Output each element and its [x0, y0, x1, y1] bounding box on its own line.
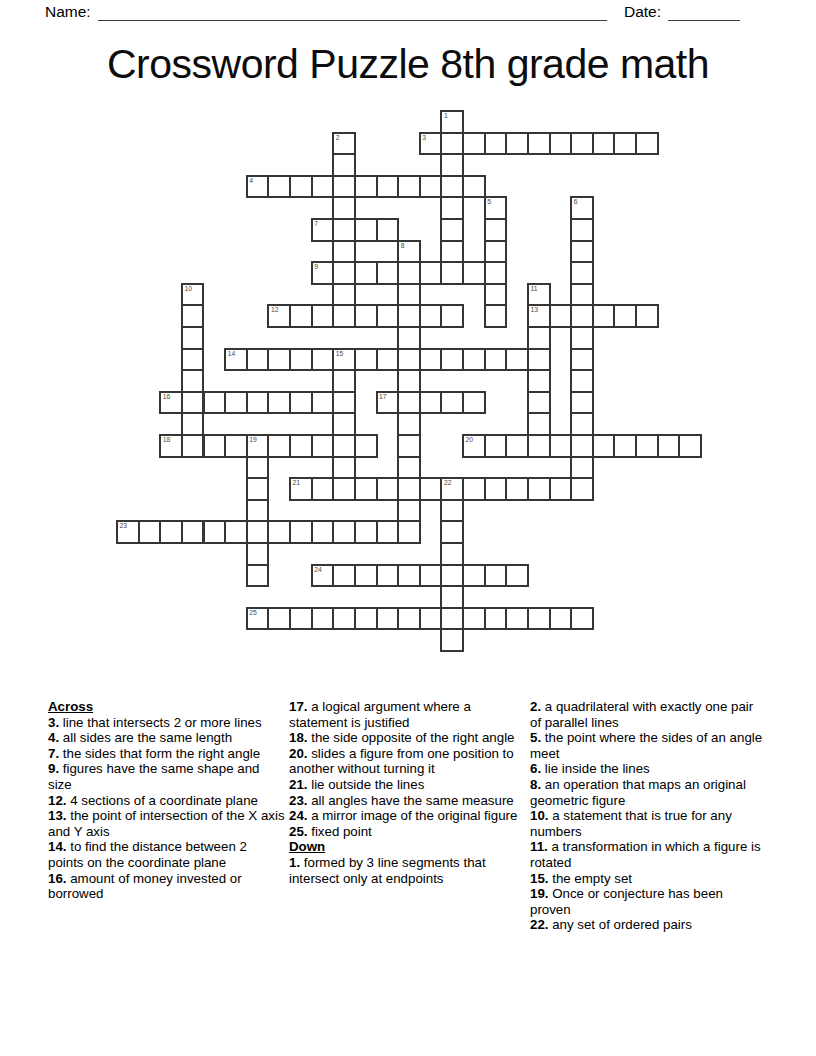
grid-cell[interactable]: [376, 564, 400, 588]
clue-item: 12. 4 sections of a coordinate plane: [48, 793, 285, 809]
grid-cell[interactable]: [613, 132, 637, 156]
grid-cell[interactable]: [505, 434, 529, 458]
grid-cell[interactable]: [570, 607, 594, 631]
grid-cell[interactable]: [311, 520, 335, 544]
clue-number: 20.: [289, 746, 311, 761]
clue-number: 6.: [530, 761, 545, 776]
grid-cell[interactable]: [224, 391, 248, 415]
cell-number: 24: [314, 566, 322, 574]
grid-cell[interactable]: 19: [246, 434, 270, 458]
clue-number: 14.: [48, 839, 70, 854]
grid-cell[interactable]: [440, 564, 464, 588]
grid-cell[interactable]: [203, 391, 227, 415]
grid-cell[interactable]: [311, 607, 335, 631]
grid-cell[interactable]: [181, 304, 205, 328]
grid-cell[interactable]: [527, 348, 551, 372]
grid-cell[interactable]: [570, 261, 594, 285]
cell-number: 19: [249, 436, 257, 444]
grid-cell[interactable]: [311, 175, 335, 199]
grid-cell[interactable]: 6: [570, 196, 594, 220]
grid-cell[interactable]: [397, 520, 421, 544]
cell-number: 1: [444, 112, 448, 120]
grid-cell[interactable]: [246, 520, 270, 544]
grid-cell[interactable]: [440, 585, 464, 609]
grid-cell[interactable]: [440, 542, 464, 566]
clue-number: 15.: [530, 871, 552, 886]
grid-cell[interactable]: [354, 348, 378, 372]
grid-cell[interactable]: [332, 218, 356, 242]
grid-cell[interactable]: [246, 564, 270, 588]
grid-cell[interactable]: [376, 520, 400, 544]
clue-item: 6. lie inside the lines: [530, 761, 767, 777]
grid-cell[interactable]: [267, 391, 291, 415]
worksheet-page: Name: Date: Crossword Puzzle 8th grade m…: [0, 0, 816, 1056]
clue-number: 12.: [48, 793, 70, 808]
clue-section-header: Across: [48, 699, 285, 715]
grid-cell[interactable]: [354, 520, 378, 544]
grid-cell[interactable]: [376, 348, 400, 372]
cell-number: 13: [530, 306, 538, 314]
cell-number: 7: [314, 220, 318, 228]
grid-cell[interactable]: [332, 520, 356, 544]
grid-cell[interactable]: [376, 477, 400, 501]
grid-cell[interactable]: [246, 456, 270, 480]
grid-cell[interactable]: 12: [267, 304, 291, 328]
cell-number: 21: [293, 479, 301, 487]
cell-number: 23: [120, 522, 128, 530]
clue-item: 2. a quadrilateral with exactly one pair…: [530, 699, 767, 730]
grid-cell[interactable]: [440, 348, 464, 372]
grid-cell[interactable]: [311, 348, 335, 372]
grid-cell[interactable]: [332, 456, 356, 480]
clue-item: 25. fixed point: [289, 824, 526, 840]
grid-cell[interactable]: 11: [527, 283, 551, 307]
clue-item: 7. the sides that form the right angle: [48, 746, 285, 762]
grid-cell[interactable]: [224, 520, 248, 544]
grid-cell[interactable]: [332, 412, 356, 436]
grid-cell[interactable]: [527, 412, 551, 436]
grid-cell[interactable]: [419, 304, 443, 328]
grid-cell[interactable]: [484, 218, 508, 242]
grid-cell[interactable]: [397, 412, 421, 436]
grid-cell[interactable]: 16: [159, 391, 183, 415]
crossword-grid: 1234567891011121314151617181920212223242…: [116, 110, 702, 652]
grid-cell[interactable]: [311, 477, 335, 501]
clue-number: 4.: [48, 730, 63, 745]
cell-number: 5: [487, 198, 491, 206]
grid-cell[interactable]: [505, 607, 529, 631]
clue-column: 2. a quadrilateral with exactly one pair…: [530, 699, 767, 933]
clue-item: 10. a statement that is true for any num…: [530, 808, 767, 839]
grid-cell[interactable]: [289, 434, 313, 458]
grid-cell[interactable]: [570, 477, 594, 501]
date-label: Date:: [624, 2, 661, 21]
clue-number: 18.: [289, 730, 311, 745]
grid-cell[interactable]: [570, 391, 594, 415]
cell-number: 18: [163, 436, 171, 444]
grid-cell[interactable]: [332, 261, 356, 285]
grid-cell[interactable]: [484, 283, 508, 307]
grid-cell[interactable]: 23: [116, 520, 140, 544]
grid-cell[interactable]: 4: [246, 175, 270, 199]
grid-cell[interactable]: [484, 261, 508, 285]
grid-cell[interactable]: [419, 261, 443, 285]
grid-cell[interactable]: 20: [462, 434, 486, 458]
cell-number: 4: [249, 177, 253, 185]
grid-cell[interactable]: [419, 607, 443, 631]
grid-cell[interactable]: [440, 218, 464, 242]
cell-number: 12: [271, 306, 279, 314]
grid-cell[interactable]: [246, 391, 270, 415]
cell-number: 16: [163, 393, 171, 401]
grid-cell[interactable]: [419, 391, 443, 415]
grid-cell[interactable]: [289, 304, 313, 328]
grid-cell[interactable]: [549, 304, 573, 328]
grid-cell[interactable]: 2: [332, 132, 356, 156]
clue-number: 10.: [530, 808, 552, 823]
grid-cell[interactable]: [440, 607, 464, 631]
cell-number: 17: [379, 393, 387, 401]
grid-cell[interactable]: [505, 132, 529, 156]
grid-cell[interactable]: [376, 175, 400, 199]
clue-item: 19. Once or conjecture has been proven: [530, 886, 767, 917]
clue-item: 17. a logical argument where a statement…: [289, 699, 526, 730]
grid-cell[interactable]: 10: [181, 283, 205, 307]
grid-cell[interactable]: [440, 261, 464, 285]
cell-number: 10: [184, 285, 192, 293]
grid-cell[interactable]: [181, 348, 205, 372]
clue-number: 19.: [530, 886, 552, 901]
cell-number: 25: [249, 609, 257, 617]
grid-cell[interactable]: [246, 348, 270, 372]
grid-cell[interactable]: [419, 175, 443, 199]
grid-cell[interactable]: 3: [419, 132, 443, 156]
grid-cell[interactable]: [678, 434, 702, 458]
clue-number: 5.: [530, 730, 545, 745]
name-label: Name:: [45, 2, 91, 21]
grid-cell[interactable]: [267, 520, 291, 544]
grid-cell[interactable]: [289, 175, 313, 199]
grid-cell[interactable]: 15: [332, 348, 356, 372]
grid-cell[interactable]: [311, 304, 335, 328]
grid-cell[interactable]: [527, 132, 551, 156]
grid-cell[interactable]: [462, 391, 486, 415]
grid-cell[interactable]: [332, 153, 356, 177]
grid-cell[interactable]: [397, 175, 421, 199]
clue-item: 14. to find the distance between 2 point…: [48, 839, 285, 870]
grid-cell[interactable]: [332, 607, 356, 631]
grid-cell[interactable]: [181, 391, 205, 415]
clue-number: 17.: [289, 699, 311, 714]
clue-number: 1.: [289, 855, 304, 870]
cell-number: 14: [228, 350, 236, 358]
clue-item: 21. lie outside the lines: [289, 777, 526, 793]
grid-cell[interactable]: [267, 348, 291, 372]
grid-cell[interactable]: [635, 434, 659, 458]
grid-cell[interactable]: [440, 196, 464, 220]
grid-cell[interactable]: 7: [311, 218, 335, 242]
grid-cell[interactable]: [203, 434, 227, 458]
grid-cell[interactable]: [462, 175, 486, 199]
grid-cell[interactable]: [570, 240, 594, 264]
grid-cell[interactable]: [332, 283, 356, 307]
clue-item: 20. slides a figure from one position to…: [289, 746, 526, 777]
grid-cell[interactable]: [440, 153, 464, 177]
grid-cell[interactable]: [397, 607, 421, 631]
grid-cell[interactable]: [527, 434, 551, 458]
clue-item: 1. formed by 3 line segments that inters…: [289, 855, 526, 886]
grid-cell[interactable]: [419, 348, 443, 372]
grid-cell[interactable]: [246, 499, 270, 523]
grid-cell[interactable]: [527, 326, 551, 350]
grid-cell[interactable]: [657, 434, 681, 458]
grid-cell[interactable]: [527, 607, 551, 631]
grid-cell[interactable]: [397, 283, 421, 307]
grid-cell[interactable]: [484, 477, 508, 501]
clue-item: 15. the empty set: [530, 871, 767, 887]
grid-cell[interactable]: [570, 456, 594, 480]
grid-cell[interactable]: 22: [440, 477, 464, 501]
grid-cell[interactable]: [354, 477, 378, 501]
grid-cell[interactable]: [397, 499, 421, 523]
grid-cell[interactable]: [462, 607, 486, 631]
grid-cell[interactable]: [570, 434, 594, 458]
clue-item: 13. the point of intersection of the X a…: [48, 808, 285, 839]
cell-number: 2: [336, 134, 340, 142]
grid-cell[interactable]: [289, 520, 313, 544]
grid-cell[interactable]: [570, 218, 594, 242]
clue-number: 3.: [48, 715, 63, 730]
grid-cell[interactable]: [376, 607, 400, 631]
clue-number: 2.: [530, 699, 545, 714]
grid-cell[interactable]: 1: [440, 110, 464, 134]
grid-cell[interactable]: [484, 240, 508, 264]
grid-cell[interactable]: [181, 369, 205, 393]
grid-cell[interactable]: [570, 348, 594, 372]
grid-cell[interactable]: [332, 196, 356, 220]
clue-column: Across3. line that intersects 2 or more …: [48, 699, 285, 902]
grid-cell[interactable]: [332, 564, 356, 588]
cell-number: 8: [401, 242, 405, 250]
grid-cell[interactable]: [570, 326, 594, 350]
grid-cell[interactable]: [549, 607, 573, 631]
grid-cell[interactable]: 5: [484, 196, 508, 220]
grid-cell[interactable]: 25: [246, 607, 270, 631]
grid-cell[interactable]: [181, 520, 205, 544]
grid-cell[interactable]: [570, 132, 594, 156]
cell-number: 6: [574, 198, 578, 206]
clue-number: 23.: [289, 793, 311, 808]
grid-cell[interactable]: [332, 369, 356, 393]
grid-cell[interactable]: [159, 520, 183, 544]
clue-number: 9.: [48, 761, 63, 776]
grid-cell[interactable]: [289, 607, 313, 631]
grid-cell[interactable]: [462, 261, 486, 285]
clue-item: 3. line that intersects 2 or more lines: [48, 715, 285, 731]
grid-cell[interactable]: [440, 520, 464, 544]
grid-cell[interactable]: [440, 132, 464, 156]
clue-item: 8. an operation that maps an original ge…: [530, 777, 767, 808]
grid-cell[interactable]: [332, 477, 356, 501]
grid-cell[interactable]: [376, 304, 400, 328]
grid-cell[interactable]: [354, 607, 378, 631]
cell-number: 22: [444, 479, 452, 487]
grid-cell[interactable]: 21: [289, 477, 313, 501]
grid-cell[interactable]: [613, 434, 637, 458]
grid-cell[interactable]: [440, 499, 464, 523]
name-date-row: Name: Date:: [45, 2, 740, 21]
grid-cell[interactable]: [592, 132, 616, 156]
clue-number: 25.: [289, 824, 311, 839]
grid-cell[interactable]: [267, 607, 291, 631]
grid-cell[interactable]: [181, 326, 205, 350]
grid-cell[interactable]: [354, 434, 378, 458]
grid-cell[interactable]: [332, 175, 356, 199]
grid-cell[interactable]: [332, 391, 356, 415]
grid-cell[interactable]: [311, 434, 335, 458]
clue-number: 11.: [530, 839, 551, 854]
grid-cell[interactable]: 17: [376, 391, 400, 415]
grid-cell[interactable]: [397, 348, 421, 372]
grid-cell[interactable]: [397, 477, 421, 501]
grid-cell[interactable]: [484, 434, 508, 458]
grid-cell[interactable]: [332, 434, 356, 458]
name-line[interactable]: [98, 4, 607, 21]
clue-item: 24. a mirror image of the original figur…: [289, 808, 526, 824]
cell-number: 9: [314, 263, 318, 271]
cell-number: 3: [422, 134, 426, 142]
grid-cell[interactable]: [440, 175, 464, 199]
grid-cell[interactable]: [289, 391, 313, 415]
grid-cell[interactable]: [635, 304, 659, 328]
grid-cell[interactable]: [505, 564, 529, 588]
grid-cell[interactable]: 14: [224, 348, 248, 372]
grid-cell[interactable]: [592, 304, 616, 328]
grid-cell[interactable]: [527, 391, 551, 415]
grid-cell[interactable]: [354, 261, 378, 285]
grid-cell[interactable]: [484, 132, 508, 156]
grid-cell[interactable]: [376, 218, 400, 242]
grid-cell[interactable]: [440, 304, 464, 328]
grid-cell[interactable]: [462, 477, 486, 501]
grid-cell[interactable]: [397, 304, 421, 328]
grid-cell[interactable]: [267, 434, 291, 458]
clue-item: 4. all sides are the same length: [48, 730, 285, 746]
grid-cell[interactable]: [527, 477, 551, 501]
grid-cell[interactable]: [397, 391, 421, 415]
grid-cell[interactable]: [354, 304, 378, 328]
grid-cell[interactable]: [440, 628, 464, 652]
clue-section-header: Down: [289, 839, 526, 855]
grid-cell[interactable]: [613, 304, 637, 328]
clue-item: 23. all angles have the same measure: [289, 793, 526, 809]
grid-cell[interactable]: [224, 434, 248, 458]
grid-cell[interactable]: [635, 132, 659, 156]
grid-cell[interactable]: [397, 564, 421, 588]
grid-cell[interactable]: [505, 477, 529, 501]
grid-cell[interactable]: [181, 434, 205, 458]
clue-number: 8.: [530, 777, 545, 792]
cell-number: 15: [336, 350, 344, 358]
grid-cell[interactable]: [376, 261, 400, 285]
grid-cell[interactable]: [484, 607, 508, 631]
page-title: Crossword Puzzle 8th grade math: [0, 40, 816, 88]
grid-cell[interactable]: [354, 564, 378, 588]
grid-cell[interactable]: [462, 132, 486, 156]
clue-number: 16.: [48, 871, 70, 886]
clue-number: 24.: [289, 808, 311, 823]
grid-cell[interactable]: 8: [397, 240, 421, 264]
grid-cell[interactable]: [440, 391, 464, 415]
grid-cell[interactable]: [246, 477, 270, 501]
clue-number: 22.: [530, 917, 552, 932]
grid-cell[interactable]: [246, 542, 270, 566]
cell-number: 20: [466, 436, 474, 444]
clue-item: 11. a transformation in which a figure i…: [530, 839, 767, 870]
clue-column: 17. a logical argument where a statement…: [289, 699, 526, 886]
grid-cell[interactable]: [332, 240, 356, 264]
grid-cell[interactable]: [484, 348, 508, 372]
grid-cell[interactable]: [484, 304, 508, 328]
grid-cell[interactable]: [354, 175, 378, 199]
grid-cell[interactable]: 9: [311, 261, 335, 285]
clue-item: 16. amount of money invested or borrowed: [48, 871, 285, 902]
clue-number: 21.: [289, 777, 311, 792]
clue-item: 22. any set of ordered pairs: [530, 917, 767, 933]
grid-cell[interactable]: [311, 391, 335, 415]
clue-number: 7.: [48, 746, 63, 761]
grid-cell[interactable]: [397, 261, 421, 285]
grid-cell[interactable]: [397, 326, 421, 350]
grid-cell[interactable]: [138, 520, 162, 544]
grid-cell[interactable]: [549, 477, 573, 501]
grid-cell[interactable]: [462, 564, 486, 588]
grid-cell[interactable]: [570, 283, 594, 307]
clue-item: 9. figures have the same shape and size: [48, 761, 285, 792]
cell-number: 11: [530, 285, 537, 293]
grid-cell[interactable]: [440, 240, 464, 264]
grid-cell[interactable]: [419, 564, 443, 588]
clue-number: 13.: [48, 808, 70, 823]
clue-item: 18. the side opposite of the right angle: [289, 730, 526, 746]
grid-cell[interactable]: [462, 348, 486, 372]
grid-cell[interactable]: [484, 564, 508, 588]
grid-cell[interactable]: [289, 348, 313, 372]
grid-cell[interactable]: 24: [311, 564, 335, 588]
grid-cell[interactable]: [570, 412, 594, 436]
grid-cell[interactable]: [203, 520, 227, 544]
grid-cell[interactable]: [549, 434, 573, 458]
grid-cell[interactable]: [397, 434, 421, 458]
grid-cell[interactable]: [570, 304, 594, 328]
date-line[interactable]: [668, 4, 740, 21]
clue-item: 5. the point where the sides of an angle…: [530, 730, 767, 761]
grid-cell[interactable]: [267, 175, 291, 199]
grid-cell[interactable]: 13: [527, 304, 551, 328]
grid-cell[interactable]: [527, 369, 551, 393]
grid-cell[interactable]: [419, 477, 443, 501]
grid-cell[interactable]: [397, 369, 421, 393]
grid-cell[interactable]: [181, 412, 205, 436]
grid-cell[interactable]: [397, 456, 421, 480]
grid-cell[interactable]: [592, 434, 616, 458]
grid-cell[interactable]: [354, 218, 378, 242]
grid-cell[interactable]: [570, 369, 594, 393]
grid-cell[interactable]: [332, 304, 356, 328]
grid-cell[interactable]: [549, 132, 573, 156]
grid-cell[interactable]: 18: [159, 434, 183, 458]
grid-cell[interactable]: [505, 348, 529, 372]
